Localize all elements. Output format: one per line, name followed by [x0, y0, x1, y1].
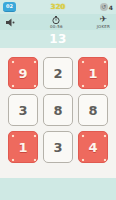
level-banner: 13 — [0, 30, 116, 48]
card[interactable]: 4 — [78, 131, 108, 163]
undo-counter[interactable]: ↺ 4 — [100, 3, 113, 11]
card[interactable]: 8 — [78, 94, 108, 126]
timer-value: 00:56 — [50, 25, 63, 29]
toolbar: 00:56 ✈ JOKER — [0, 14, 116, 30]
card[interactable]: 1 — [8, 131, 38, 163]
card-value: 1 — [88, 66, 97, 81]
joker-button[interactable]: ✈ JOKER — [97, 15, 110, 29]
game-screen: 02 320 ↺ 4 00:56 ✈ JOKER 13 — [0, 0, 116, 200]
joker-label: JOKER — [97, 25, 110, 29]
card-value: 9 — [18, 66, 27, 81]
bottom-band — [0, 178, 116, 200]
card-value: 2 — [53, 66, 62, 81]
undo-count: 4 — [109, 4, 113, 11]
coin-count: 320 — [51, 3, 66, 11]
card[interactable]: 3 — [8, 94, 38, 126]
card[interactable]: 2 — [43, 57, 73, 89]
card-value: 3 — [18, 103, 27, 118]
card[interactable]: 1 — [78, 57, 108, 89]
speaker-icon — [6, 18, 16, 27]
timer: 00:56 — [50, 16, 63, 29]
status-bar: 02 320 ↺ 4 — [0, 0, 116, 14]
airplane-icon: ✈ — [100, 15, 108, 24]
card-value: 8 — [88, 103, 97, 118]
card-value: 1 — [18, 140, 27, 155]
play-area: 921388134 — [0, 48, 116, 178]
sound-button[interactable] — [6, 18, 16, 27]
level-badge: 02 — [3, 2, 16, 12]
card[interactable]: 3 — [43, 131, 73, 163]
card[interactable]: 8 — [43, 94, 73, 126]
card-value: 3 — [53, 140, 62, 155]
undo-icon[interactable]: ↺ — [100, 3, 108, 11]
card[interactable]: 9 — [8, 57, 38, 89]
board: 921388134 — [8, 57, 108, 163]
stopwatch-icon — [52, 16, 60, 24]
card-value: 8 — [53, 103, 62, 118]
level-number: 13 — [49, 32, 67, 46]
card-value: 4 — [88, 140, 97, 155]
